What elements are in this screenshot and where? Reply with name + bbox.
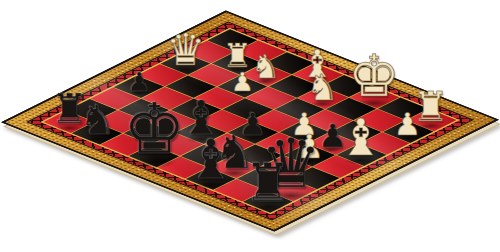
piece-white-knight[interactable]: ♞ — [251, 50, 281, 83]
chess-set-photo: ♜♛♝♞♟♟♚♞♜♜♟♟♟♝♞♟♝♟♚♞♝♛♜ — [0, 0, 500, 252]
piece-white-knight[interactable]: ♞ — [306, 70, 338, 106]
piece-white-bishop[interactable]: ♝ — [338, 112, 384, 163]
piece-black-king[interactable]: ♚ — [123, 94, 186, 164]
piece-white-queen[interactable]: ♛ — [166, 28, 205, 72]
piece-black-knight[interactable]: ♞ — [79, 100, 116, 141]
piece-white-pawn[interactable]: ♟ — [231, 69, 254, 95]
piece-black-rook[interactable]: ♜ — [244, 156, 292, 209]
piece-black-bishop[interactable]: ♝ — [187, 133, 235, 187]
piece-white-king[interactable]: ♚ — [348, 47, 400, 105]
piece-white-pawn[interactable]: ♟ — [393, 109, 421, 140]
